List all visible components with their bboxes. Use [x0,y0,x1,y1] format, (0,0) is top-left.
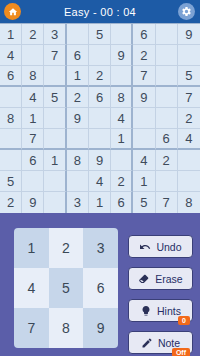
sudoku-cell-r2c2[interactable] [22,45,44,66]
difficulty-and-timer: Easy - 00 : 04 [64,6,136,18]
sudoku-cell-r2c3[interactable]: 7 [44,45,66,66]
note-badge: Off [172,348,190,356]
sudoku-cell-r9c1[interactable]: 2 [0,192,22,213]
action-label: Undo [156,241,181,253]
pencil-icon [141,337,153,349]
sudoku-cell-r8c2[interactable] [22,171,44,192]
sudoku-cell-r4c5[interactable]: 6 [89,87,111,108]
sudoku-cell-r4c7[interactable]: 9 [133,87,155,108]
sudoku-cell-r1c8[interactable] [156,24,178,45]
sudoku-cell-r4c8[interactable] [156,87,178,108]
sudoku-cell-r9c8[interactable]: 7 [156,192,178,213]
sudoku-cell-r1c3[interactable]: 3 [44,24,66,45]
numpad-key-2[interactable]: 2 [49,228,84,268]
sudoku-cell-r9c6[interactable]: 6 [111,192,133,213]
numpad-key-7[interactable]: 7 [14,308,49,348]
undo-icon [139,241,151,253]
undo-button[interactable]: Undo [128,235,193,258]
sudoku-cell-r7c1[interactable] [0,150,22,171]
sudoku-grid: 1235694769268127545268978194271646189425… [0,23,200,213]
sudoku-cell-r8c5[interactable]: 4 [89,171,111,192]
gear-icon [181,6,192,17]
numpad-key-1[interactable]: 1 [14,228,49,268]
sudoku-cell-r8c8[interactable] [156,171,178,192]
sudoku-cell-r8c6[interactable]: 2 [111,171,133,192]
sudoku-cell-r5c8[interactable] [156,108,178,129]
sudoku-cell-r2c9[interactable] [178,45,200,66]
numpad-key-4[interactable]: 4 [14,268,49,308]
sudoku-cell-r4c1[interactable] [0,87,22,108]
action-label: Erase [155,273,182,285]
sudoku-cell-r9c3[interactable] [44,192,66,213]
sudoku-cell-r3c1[interactable]: 6 [0,66,22,87]
number-pad: 123456789 [14,228,118,348]
sudoku-cell-r1c7[interactable]: 6 [133,24,155,45]
numpad-key-9[interactable]: 9 [83,308,118,348]
sudoku-cell-r2c7[interactable]: 2 [133,45,155,66]
sudoku-cell-r8c9[interactable] [178,171,200,192]
sudoku-cell-r8c3[interactable] [44,171,66,192]
sudoku-cell-r7c6[interactable] [111,150,133,171]
home-icon [8,7,18,17]
sudoku-cell-r2c1[interactable]: 4 [0,45,22,66]
home-button[interactable] [4,3,21,20]
sudoku-cell-r5c2[interactable]: 1 [22,108,44,129]
sudoku-cell-r3c8[interactable] [156,66,178,87]
sudoku-cell-r2c5[interactable] [89,45,111,66]
sudoku-cell-r4c6[interactable]: 8 [111,87,133,108]
sudoku-cell-r3c2[interactable]: 8 [22,66,44,87]
sudoku-cell-r1c9[interactable]: 9 [178,24,200,45]
lightbulb-icon [140,305,152,317]
sudoku-cell-r3c7[interactable]: 7 [133,66,155,87]
sudoku-cell-r6c1[interactable] [0,129,22,150]
numpad-key-5[interactable]: 5 [49,268,84,308]
sudoku-cell-r5c6[interactable]: 4 [111,108,133,129]
note-button[interactable]: NoteOff [128,331,193,354]
sudoku-cell-r7c7[interactable]: 4 [133,150,155,171]
sudoku-cell-r6c6[interactable]: 1 [111,129,133,150]
sudoku-cell-r6c5[interactable] [89,129,111,150]
sudoku-cell-r4c2[interactable]: 4 [22,87,44,108]
sudoku-cell-r2c4[interactable]: 6 [67,45,89,66]
sudoku-cell-r4c3[interactable]: 5 [44,87,66,108]
hints-badge: 0 [178,316,190,325]
sudoku-cell-r3c5[interactable]: 2 [89,66,111,87]
sudoku-cell-r6c3[interactable] [44,129,66,150]
numpad-key-6[interactable]: 6 [83,268,118,308]
sudoku-cell-r9c9[interactable]: 8 [178,192,200,213]
sudoku-cell-r5c3[interactable] [44,108,66,129]
sudoku-cell-r7c2[interactable]: 6 [22,150,44,171]
sudoku-cell-r3c4[interactable]: 1 [67,66,89,87]
numpad-key-8[interactable]: 8 [49,308,84,348]
sudoku-cell-r6c7[interactable] [133,129,155,150]
sudoku-cell-r6c8[interactable]: 6 [156,129,178,150]
sudoku-cell-r6c2[interactable]: 7 [22,129,44,150]
sudoku-cell-r3c6[interactable] [111,66,133,87]
sudoku-cell-r8c4[interactable] [67,171,89,192]
sudoku-cell-r7c4[interactable]: 8 [67,150,89,171]
bottom-panel: 123456789 UndoEraseHints0NoteOff [0,213,200,356]
sudoku-cell-r5c9[interactable]: 2 [178,108,200,129]
sudoku-cell-r9c4[interactable]: 3 [67,192,89,213]
sudoku-cell-r2c8[interactable] [156,45,178,66]
sudoku-cell-r9c7[interactable]: 5 [133,192,155,213]
sudoku-cell-r4c9[interactable]: 7 [178,87,200,108]
sudoku-cell-r7c5[interactable]: 9 [89,150,111,171]
sudoku-cell-r1c4[interactable] [67,24,89,45]
sudoku-cell-r5c4[interactable]: 9 [67,108,89,129]
hints-button[interactable]: Hints0 [128,299,193,322]
sudoku-cell-r9c2[interactable]: 9 [22,192,44,213]
sudoku-cell-r2c6[interactable]: 9 [111,45,133,66]
sudoku-cell-r8c7[interactable]: 1 [133,171,155,192]
sudoku-cell-r3c3[interactable] [44,66,66,87]
sudoku-cell-r3c9[interactable]: 5 [178,66,200,87]
sudoku-cell-r1c1[interactable]: 1 [0,24,22,45]
action-label: Hints [157,305,181,317]
sudoku-cell-r7c8[interactable]: 2 [156,150,178,171]
sudoku-cell-r9c5[interactable]: 1 [89,192,111,213]
sudoku-app: Easy - 00 : 04 1235694769268127545268978… [0,0,200,356]
top-bar: Easy - 00 : 04 [0,0,200,23]
action-buttons: UndoEraseHints0NoteOff [128,235,193,354]
action-label: Note [158,337,180,349]
sudoku-cell-r5c1[interactable]: 8 [0,108,22,129]
sudoku-cell-r7c9[interactable] [178,150,200,171]
sudoku-cell-r1c2[interactable]: 2 [22,24,44,45]
sudoku-cell-r6c9[interactable]: 4 [178,129,200,150]
sudoku-cell-r1c6[interactable] [111,24,133,45]
sudoku-cell-r6c4[interactable] [67,129,89,150]
sudoku-cell-r4c4[interactable]: 2 [67,87,89,108]
sudoku-cell-r5c7[interactable] [133,108,155,129]
numpad-key-3[interactable]: 3 [83,228,118,268]
sudoku-cell-r1c5[interactable]: 5 [89,24,111,45]
sudoku-cell-r7c3[interactable]: 1 [44,150,66,171]
settings-button[interactable] [178,3,195,20]
eraser-icon [138,273,150,285]
sudoku-cell-r8c1[interactable]: 5 [0,171,22,192]
sudoku-cell-r5c5[interactable] [89,108,111,129]
erase-button[interactable]: Erase [128,267,193,290]
